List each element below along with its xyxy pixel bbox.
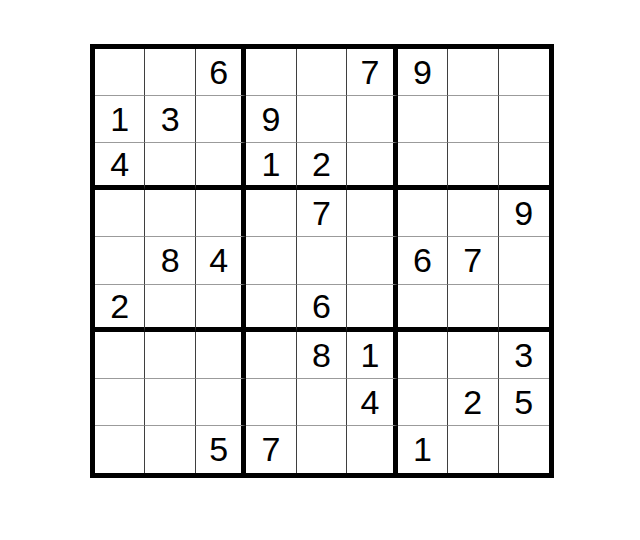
cell-r4c4[interactable] (246, 190, 296, 237)
given-digit: 7 (262, 432, 281, 466)
cell-r9c7[interactable]: 1 (398, 426, 448, 473)
given-digit: 8 (161, 243, 180, 277)
given-digit: 4 (209, 243, 228, 277)
cell-r4c3[interactable] (196, 190, 246, 237)
cell-r9c3[interactable]: 5 (196, 426, 246, 473)
cell-r4c6[interactable] (347, 190, 397, 237)
cell-r4c8[interactable] (448, 190, 498, 237)
cell-r3c2[interactable] (145, 143, 195, 190)
cell-r6c7[interactable] (398, 285, 448, 332)
sudoku-page: 67913941279846726813425571 (0, 0, 640, 540)
cell-r8c9[interactable]: 5 (499, 379, 549, 426)
given-digit: 1 (413, 432, 432, 466)
given-digit: 1 (262, 147, 281, 181)
given-digit: 6 (209, 55, 228, 89)
cell-r4c9[interactable]: 9 (499, 190, 549, 237)
cell-r1c8[interactable] (448, 49, 498, 96)
cell-r5c4[interactable] (246, 237, 296, 284)
cell-r3c9[interactable] (499, 143, 549, 190)
cell-r9c9[interactable] (499, 426, 549, 473)
given-digit: 1 (360, 338, 379, 372)
cell-r5c2[interactable]: 8 (145, 237, 195, 284)
cell-r7c1[interactable] (95, 332, 145, 379)
given-digit: 5 (209, 432, 228, 466)
given-digit: 9 (413, 55, 432, 89)
cell-r5c7[interactable]: 6 (398, 237, 448, 284)
given-digit: 2 (110, 289, 129, 323)
cell-r4c1[interactable] (95, 190, 145, 237)
cell-r3c5[interactable]: 2 (297, 143, 347, 190)
cell-r3c7[interactable] (398, 143, 448, 190)
cell-r1c6[interactable]: 7 (347, 49, 397, 96)
cell-r9c2[interactable] (145, 426, 195, 473)
given-digit: 5 (514, 385, 533, 419)
cell-r3c3[interactable] (196, 143, 246, 190)
given-digit: 2 (463, 385, 482, 419)
cell-r8c5[interactable] (297, 379, 347, 426)
cell-r7c4[interactable] (246, 332, 296, 379)
cell-r3c6[interactable] (347, 143, 397, 190)
cell-r6c1[interactable]: 2 (95, 285, 145, 332)
cell-r2c4[interactable]: 9 (246, 96, 296, 143)
cell-r9c1[interactable] (95, 426, 145, 473)
given-digit: 3 (161, 102, 180, 136)
cell-r7c6[interactable]: 1 (347, 332, 397, 379)
given-digit: 7 (463, 243, 482, 277)
cell-r6c8[interactable] (448, 285, 498, 332)
cell-r2c8[interactable] (448, 96, 498, 143)
cell-r2c3[interactable] (196, 96, 246, 143)
cell-r8c2[interactable] (145, 379, 195, 426)
cell-r8c8[interactable]: 2 (448, 379, 498, 426)
given-digit: 8 (312, 338, 331, 372)
cell-r2c6[interactable] (347, 96, 397, 143)
cell-r2c2[interactable]: 3 (145, 96, 195, 143)
cell-r5c5[interactable] (297, 237, 347, 284)
cell-r6c3[interactable] (196, 285, 246, 332)
given-digit: 9 (262, 102, 281, 136)
given-digit: 6 (312, 289, 331, 323)
cell-r9c5[interactable] (297, 426, 347, 473)
cell-r3c4[interactable]: 1 (246, 143, 296, 190)
cell-r4c5[interactable]: 7 (297, 190, 347, 237)
cell-r4c7[interactable] (398, 190, 448, 237)
cell-r7c8[interactable] (448, 332, 498, 379)
cell-r1c5[interactable] (297, 49, 347, 96)
given-digit: 3 (514, 338, 533, 372)
cell-r4c2[interactable] (145, 190, 195, 237)
cell-r7c5[interactable]: 8 (297, 332, 347, 379)
cell-r8c6[interactable]: 4 (347, 379, 397, 426)
cell-r1c7[interactable]: 9 (398, 49, 448, 96)
cell-r5c9[interactable] (499, 237, 549, 284)
cell-r2c7[interactable] (398, 96, 448, 143)
cell-r9c8[interactable] (448, 426, 498, 473)
cell-r3c8[interactable] (448, 143, 498, 190)
cell-r5c6[interactable] (347, 237, 397, 284)
cell-r6c9[interactable] (499, 285, 549, 332)
given-digit: 4 (110, 147, 129, 181)
cell-r2c9[interactable] (499, 96, 549, 143)
given-digit: 2 (312, 147, 331, 181)
cell-r2c5[interactable] (297, 96, 347, 143)
cell-r1c3[interactable]: 6 (196, 49, 246, 96)
cell-r2c1[interactable]: 1 (95, 96, 145, 143)
cell-r3c1[interactable]: 4 (95, 143, 145, 190)
cell-r5c1[interactable] (95, 237, 145, 284)
sudoku-board: 67913941279846726813425571 (90, 44, 554, 478)
cell-r7c3[interactable] (196, 332, 246, 379)
cell-r8c7[interactable] (398, 379, 448, 426)
given-digit: 7 (360, 55, 379, 89)
given-digit: 9 (514, 196, 533, 230)
cell-r9c6[interactable] (347, 426, 397, 473)
cell-r6c6[interactable] (347, 285, 397, 332)
given-digit: 6 (413, 243, 432, 277)
cell-r6c4[interactable] (246, 285, 296, 332)
cell-r8c3[interactable] (196, 379, 246, 426)
cell-r6c5[interactable]: 6 (297, 285, 347, 332)
cell-r1c2[interactable] (145, 49, 195, 96)
given-digit: 7 (312, 196, 331, 230)
given-digit: 1 (110, 102, 129, 136)
cell-r1c1[interactable] (95, 49, 145, 96)
cell-r7c9[interactable]: 3 (499, 332, 549, 379)
cell-r1c4[interactable] (246, 49, 296, 96)
cell-r1c9[interactable] (499, 49, 549, 96)
cell-r7c7[interactable] (398, 332, 448, 379)
cell-r8c4[interactable] (246, 379, 296, 426)
cell-r8c1[interactable] (95, 379, 145, 426)
cell-r5c3[interactable]: 4 (196, 237, 246, 284)
given-digit: 4 (360, 385, 379, 419)
cell-r5c8[interactable]: 7 (448, 237, 498, 284)
cell-r6c2[interactable] (145, 285, 195, 332)
cell-r9c4[interactable]: 7 (246, 426, 296, 473)
cell-r7c2[interactable] (145, 332, 195, 379)
